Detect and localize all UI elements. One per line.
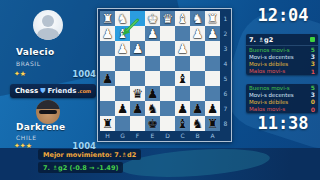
square-f3[interactable]: ♟: [130, 41, 145, 56]
file-label-g: G: [115, 132, 130, 140]
file-label-b: B: [190, 132, 205, 140]
white-pawn: ♟: [190, 26, 205, 41]
white-knight: ♞: [115, 11, 130, 26]
player-stars-bottom: ✦✦★: [14, 142, 32, 150]
white-pawn: ♟: [145, 26, 160, 41]
clock-top: 12:04: [248, 5, 318, 25]
square-b8[interactable]: ♞: [190, 116, 205, 131]
square-h1[interactable]: ♜: [100, 11, 115, 26]
rank-label-7: 7: [221, 101, 230, 116]
rank-label-5: 5: [221, 71, 230, 86]
avatar-sunglasses: [39, 110, 57, 114]
square-g7[interactable]: ♟: [115, 101, 130, 116]
square-f2[interactable]: [130, 26, 145, 41]
black-queen: ♛: [130, 86, 145, 101]
move-quality-row: Buenos movi-s5: [246, 46, 318, 53]
square-h5[interactable]: ♟: [100, 71, 115, 86]
quality-label: Movi-s decentes: [249, 92, 294, 98]
move-quality-indicator: [310, 37, 315, 42]
quality-label: Movi-s débiles: [249, 99, 288, 105]
square-a2[interactable]: ♟: [205, 26, 220, 41]
square-f8[interactable]: [130, 116, 145, 131]
white-queen: ♛: [160, 11, 175, 26]
quality-count: 0: [311, 98, 315, 105]
square-e4[interactable]: [145, 56, 160, 71]
square-a7[interactable]: ♟: [205, 101, 220, 116]
black-pawn: ♟: [115, 101, 130, 116]
logo-text-com: .com: [78, 88, 92, 94]
rank-label-8: 8: [221, 116, 230, 131]
avatar-silhouette: [42, 15, 54, 27]
square-g3[interactable]: ♟: [115, 41, 130, 56]
square-d8[interactable]: [160, 116, 175, 131]
square-c5[interactable]: ♝: [175, 71, 190, 86]
background-wave: [119, 145, 270, 180]
player-stars-top: ✦★: [14, 70, 26, 78]
player-country-bottom: CHILE: [16, 134, 37, 141]
square-f7[interactable]: ♟: [130, 101, 145, 116]
played-move-line: 7. ♗g2 (-0.8 → -1.49): [38, 162, 123, 173]
move-quality-row: Movi-s débiles0: [246, 98, 318, 105]
move-quality-row: Movi-s decentes3: [246, 91, 318, 98]
square-a1[interactable]: ♜: [205, 11, 220, 26]
move-quality-row: Malos movi-s1: [246, 68, 318, 75]
quality-label: Buenos movi-s: [249, 85, 290, 91]
quality-count: 3: [311, 53, 315, 60]
square-e6[interactable]: ♟: [145, 86, 160, 101]
move-quality-row: Movi-s decentes3: [246, 53, 318, 60]
file-label-h: H: [100, 132, 115, 140]
analysis-panel-bottom: Buenos movi-s5Movi-s decentes3Movi-s déb…: [246, 84, 318, 113]
square-c4[interactable]: [175, 56, 190, 71]
square-h7[interactable]: [100, 101, 115, 116]
board-grid: ♜♞♚♛♝♞♜♟♝♟♟♟♟♟♟♟♝♛♟♟♟♞♟♟♟♜♚♝♞♜: [100, 11, 220, 131]
square-d2[interactable]: [160, 26, 175, 41]
black-bishop: ♝: [175, 116, 190, 131]
logo-text-chess: Chess: [15, 87, 38, 95]
quality-count: 3: [311, 60, 315, 67]
rank-label-6: 6: [221, 86, 230, 101]
quality-count: 1: [311, 68, 315, 75]
avatar-darkrene: [36, 100, 60, 124]
square-b7[interactable]: ♟: [190, 101, 205, 116]
video-frame: Valecio BRASIL ✦★ 1004 Chess ⛊ Friends .…: [0, 0, 320, 180]
square-f1[interactable]: [130, 11, 145, 26]
square-a6[interactable]: [205, 86, 220, 101]
square-a5[interactable]: [205, 71, 220, 86]
square-c3[interactable]: ♟: [175, 41, 190, 56]
analysis-panel-top: 7. ♗g2 Buenos movi-s5Movi-s decentes3Mov…: [246, 34, 318, 75]
black-pawn: ♟: [145, 86, 160, 101]
best-move-line: Mejor movimiento: 7.♗d2: [38, 149, 141, 160]
square-h6[interactable]: [100, 86, 115, 101]
square-g1[interactable]: ♞: [115, 11, 130, 26]
player-rating-top: 1004: [72, 69, 96, 79]
square-e7[interactable]: ♞: [145, 101, 160, 116]
quality-count: 5: [311, 46, 315, 53]
square-e8[interactable]: ♚: [145, 116, 160, 131]
black-pawn: ♟: [100, 71, 115, 86]
quality-label: Movi-s débiles: [249, 61, 288, 67]
clock-bottom: 11:38: [248, 113, 318, 133]
square-a4[interactable]: [205, 56, 220, 71]
white-pawn: ♟: [100, 26, 115, 41]
square-c1[interactable]: ♝: [175, 11, 190, 26]
quality-label: Malos movi-s: [249, 68, 285, 74]
white-bishop: ♝: [115, 26, 130, 41]
square-b1[interactable]: ♞: [190, 11, 205, 26]
square-g2[interactable]: ♝: [115, 26, 130, 41]
square-b6[interactable]: [190, 86, 205, 101]
white-king: ♚: [145, 11, 160, 26]
square-h3[interactable]: [100, 41, 115, 56]
file-label-e: E: [145, 132, 160, 140]
square-f5[interactable]: [130, 71, 145, 86]
square-b3[interactable]: [190, 41, 205, 56]
played-move-label: 7. ♗g2: [249, 36, 273, 44]
quality-count: 3: [311, 91, 315, 98]
move-quality-row: Malos movi-s0: [246, 106, 318, 113]
square-c2[interactable]: [175, 26, 190, 41]
chessfriends-logo: Chess ⛊ Friends .com: [10, 84, 96, 98]
rank-label-3: 3: [221, 41, 230, 56]
quality-count: 5: [311, 84, 315, 91]
avatar-cap: [36, 100, 60, 109]
move-quality-row: Buenos movi-s5: [246, 84, 318, 91]
file-label-f: F: [130, 132, 145, 140]
avatar-silhouette: [37, 28, 59, 40]
white-rook: ♜: [100, 11, 115, 26]
square-g6[interactable]: [115, 86, 130, 101]
white-pawn: ♟: [205, 26, 220, 41]
black-rook: ♜: [100, 116, 115, 131]
quality-label: Movi-s decentes: [249, 54, 294, 60]
quality-count: 0: [311, 106, 315, 113]
square-c7[interactable]: ♟: [175, 101, 190, 116]
square-h4[interactable]: [100, 56, 115, 71]
square-d7[interactable]: [160, 101, 175, 116]
white-bishop: ♝: [175, 11, 190, 26]
rank-labels: 12345678: [221, 11, 230, 131]
black-knight: ♞: [145, 101, 160, 116]
player-country-top: BRASIL: [16, 60, 41, 67]
square-d6[interactable]: [160, 86, 175, 101]
square-a8[interactable]: ♜: [205, 116, 220, 131]
file-label-a: A: [205, 132, 220, 140]
square-b2[interactable]: ♟: [190, 26, 205, 41]
black-pawn: ♟: [205, 101, 220, 116]
black-pawn: ♟: [130, 101, 145, 116]
white-pawn: ♟: [115, 41, 130, 56]
square-b4[interactable]: [190, 56, 205, 71]
square-h2[interactable]: ♟: [100, 26, 115, 41]
square-a3[interactable]: [205, 41, 220, 56]
quality-label: Malos movi-s: [249, 106, 285, 112]
square-d1[interactable]: ♛: [160, 11, 175, 26]
square-d3[interactable]: [160, 41, 175, 56]
file-label-d: D: [160, 132, 175, 140]
square-d5[interactable]: [160, 71, 175, 86]
square-f6[interactable]: ♛: [130, 86, 145, 101]
white-pawn: ♟: [175, 41, 190, 56]
rank-label-4: 4: [221, 56, 230, 71]
rank-label-1: 1: [221, 11, 230, 26]
black-king: ♚: [145, 116, 160, 131]
white-knight: ♞: [190, 11, 205, 26]
white-pawn: ♟: [130, 41, 145, 56]
quality-label: Buenos movi-s: [249, 47, 290, 53]
black-rook: ♜: [205, 116, 220, 131]
square-h8[interactable]: ♜: [100, 116, 115, 131]
avatar-valecio: [33, 10, 63, 40]
square-g8[interactable]: [115, 116, 130, 131]
square-g5[interactable]: [115, 71, 130, 86]
move-quality-row: Movi-s débiles3: [246, 60, 318, 67]
player-name-top: Valecio: [16, 47, 54, 57]
square-f4[interactable]: [130, 56, 145, 71]
shield-icon: ⛊: [40, 87, 45, 95]
logo-text-friends: Friends: [47, 87, 76, 95]
square-d4[interactable]: [160, 56, 175, 71]
player-name-bottom: Darkrene: [16, 122, 65, 132]
black-knight: ♞: [190, 116, 205, 131]
rank-label-2: 2: [221, 26, 230, 41]
chess-board: ♜♞♚♛♝♞♜♟♝♟♟♟♟♟♟♟♝♛♟♟♟♞♟♟♟♜♚♝♞♜ 12345678 …: [97, 8, 232, 142]
black-pawn: ♟: [175, 101, 190, 116]
file-labels: HGFEDCBA: [100, 132, 220, 140]
square-e1[interactable]: ♚: [145, 11, 160, 26]
file-label-c: C: [175, 132, 190, 140]
white-rook: ♜: [205, 11, 220, 26]
square-e3[interactable]: [145, 41, 160, 56]
black-bishop: ♝: [175, 71, 190, 86]
square-c8[interactable]: ♝: [175, 116, 190, 131]
black-pawn: ♟: [190, 101, 205, 116]
square-e2[interactable]: ♟: [145, 26, 160, 41]
square-e5[interactable]: [145, 71, 160, 86]
square-c6[interactable]: [175, 86, 190, 101]
square-g4[interactable]: [115, 56, 130, 71]
square-b5[interactable]: [190, 71, 205, 86]
